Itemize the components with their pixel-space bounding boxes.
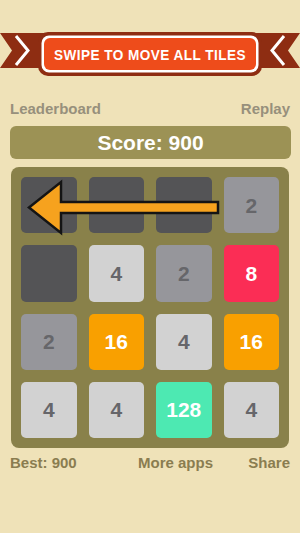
banner-text: SWIPE TO MOVE ALL TILES <box>54 46 246 63</box>
score-bar: Score: 900 <box>10 126 291 159</box>
best-score-label: Best: 900 <box>10 454 77 471</box>
tile-4: 4 <box>89 245 145 301</box>
leaderboard-button[interactable]: Leaderboard <box>10 100 101 117</box>
game-board[interactable]: 2428216416441284 <box>11 167 289 448</box>
tile-4: 4 <box>89 382 145 438</box>
footer-bar: Best: 900 More apps Share <box>10 454 290 471</box>
tile-16: 16 <box>89 314 145 370</box>
replay-button[interactable]: Replay <box>241 100 290 117</box>
tile-128: 128 <box>156 382 212 438</box>
empty-cell <box>21 177 77 233</box>
more-apps-button[interactable]: More apps <box>138 454 213 471</box>
header-bar: Leaderboard Replay <box>10 99 290 117</box>
tile-8: 8 <box>224 245 280 301</box>
banner-ribbon: SWIPE TO MOVE ALL TILES <box>0 26 300 78</box>
tile-2: 2 <box>224 177 280 233</box>
empty-cell <box>21 245 77 301</box>
tile-2: 2 <box>21 314 77 370</box>
tile-2: 2 <box>156 245 212 301</box>
share-button[interactable]: Share <box>248 454 290 471</box>
tile-4: 4 <box>21 382 77 438</box>
tile-4: 4 <box>224 382 280 438</box>
empty-cell <box>89 177 145 233</box>
score-text: Score: 900 <box>97 131 203 155</box>
tile-16: 16 <box>224 314 280 370</box>
app-screen: SWIPE TO MOVE ALL TILES Leaderboard Repl… <box>0 0 300 533</box>
tile-4: 4 <box>156 314 212 370</box>
empty-cell <box>156 177 212 233</box>
